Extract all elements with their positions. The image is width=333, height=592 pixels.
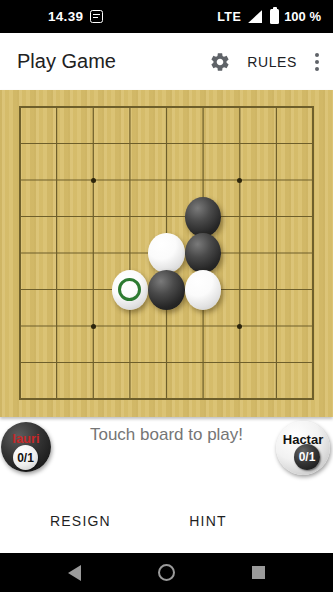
network-type-label: LTE [217, 10, 241, 24]
intersection[interactable] [185, 162, 222, 199]
intersection[interactable] [258, 308, 295, 345]
intersection[interactable] [221, 162, 258, 199]
intersection[interactable] [295, 344, 332, 381]
black-stone [185, 197, 222, 237]
back-icon[interactable] [68, 565, 81, 581]
intersection[interactable] [258, 198, 295, 235]
intersection[interactable] [75, 198, 112, 235]
intersection[interactable] [38, 344, 75, 381]
intersection[interactable] [112, 308, 149, 345]
intersection[interactable] [2, 125, 39, 162]
intersection[interactable] [112, 89, 149, 126]
intersection[interactable] [75, 344, 112, 381]
intersection[interactable] [2, 381, 39, 418]
white-stone-last-move [112, 270, 149, 310]
status-bar: 14.39 LTE 100 % [0, 0, 333, 33]
intersection[interactable] [75, 381, 112, 418]
intersection[interactable] [2, 89, 39, 126]
intersection[interactable] [2, 271, 39, 308]
intersection[interactable] [185, 89, 222, 126]
intersection[interactable] [258, 89, 295, 126]
intersection[interactable] [295, 235, 332, 272]
intersection[interactable] [112, 125, 149, 162]
intersection[interactable] [148, 235, 185, 272]
intersection[interactable] [295, 125, 332, 162]
star-point [91, 324, 96, 329]
intersection[interactable] [38, 125, 75, 162]
intersection[interactable] [221, 381, 258, 418]
intersection[interactable] [258, 235, 295, 272]
star-point [91, 178, 96, 183]
intersection[interactable] [112, 162, 149, 199]
go-board[interactable] [0, 90, 333, 417]
rules-button[interactable]: RULES [247, 54, 297, 70]
intersection[interactable] [295, 89, 332, 126]
player-black-score-badge: 0/1 [13, 445, 38, 470]
intersection[interactable] [148, 271, 185, 308]
intersection[interactable] [38, 381, 75, 418]
player-white-score-badge: 0/1 [294, 444, 320, 470]
intersection[interactable] [221, 89, 258, 126]
signal-icon [248, 10, 262, 23]
intersection[interactable] [75, 235, 112, 272]
clock: 14.39 [48, 9, 83, 24]
intersection[interactable] [221, 308, 258, 345]
stones-grid [2, 89, 332, 418]
intersection[interactable] [2, 162, 39, 199]
battery-icon [270, 9, 279, 24]
intersection[interactable] [2, 344, 39, 381]
intersection[interactable] [221, 271, 258, 308]
intersection[interactable] [258, 271, 295, 308]
intersection[interactable] [295, 162, 332, 199]
resign-button[interactable]: RESIGN [44, 506, 114, 534]
status-bar-left: 14.39 [0, 9, 103, 24]
intersection[interactable] [258, 381, 295, 418]
last-move-marker [118, 278, 141, 301]
intersection[interactable] [75, 89, 112, 126]
intersection[interactable] [75, 271, 112, 308]
notification-icon [90, 10, 103, 23]
intersection[interactable] [221, 198, 258, 235]
intersection[interactable] [112, 381, 149, 418]
page-title: Play Game [0, 50, 209, 73]
intersection[interactable] [112, 198, 149, 235]
intersection[interactable] [258, 162, 295, 199]
intersection[interactable] [258, 125, 295, 162]
hint-button[interactable]: HINT [180, 506, 236, 534]
intersection[interactable] [148, 381, 185, 418]
intersection[interactable] [38, 162, 75, 199]
intersection[interactable] [2, 198, 39, 235]
intersection[interactable] [221, 125, 258, 162]
phone-screen: 14.39 LTE 100 % Play Game RULES [0, 0, 333, 592]
status-bar-right: LTE 100 % [217, 9, 333, 24]
intersection[interactable] [185, 271, 222, 308]
player-white-avatar[interactable]: Hactar 0/1 [276, 421, 330, 475]
intersection[interactable] [2, 308, 39, 345]
player-black-name: lauri [1, 431, 51, 446]
intersection[interactable] [38, 271, 75, 308]
intersection[interactable] [221, 344, 258, 381]
black-stone [185, 233, 222, 273]
intersection[interactable] [185, 308, 222, 345]
intersection[interactable] [185, 198, 222, 235]
intersection[interactable] [148, 198, 185, 235]
black-stone [148, 270, 185, 310]
intersection[interactable] [38, 308, 75, 345]
intersection[interactable] [75, 162, 112, 199]
battery-percent-label: 100 % [284, 9, 321, 24]
intersection[interactable] [148, 344, 185, 381]
intersection[interactable] [2, 235, 39, 272]
intersection[interactable] [38, 235, 75, 272]
white-stone [148, 233, 185, 273]
intersection[interactable] [148, 162, 185, 199]
intersection[interactable] [75, 308, 112, 345]
intersection[interactable] [38, 89, 75, 126]
intersection[interactable] [38, 198, 75, 235]
settings-gear-icon[interactable] [209, 51, 231, 73]
intersection[interactable] [112, 344, 149, 381]
overflow-menu-icon[interactable] [315, 53, 319, 71]
intersection[interactable] [185, 125, 222, 162]
intersection[interactable] [185, 235, 222, 272]
home-icon[interactable] [158, 564, 175, 581]
intersection[interactable] [75, 125, 112, 162]
intersection[interactable] [221, 235, 258, 272]
intersection[interactable] [258, 344, 295, 381]
intersection[interactable] [148, 89, 185, 126]
star-point [237, 324, 242, 329]
intersection[interactable] [148, 125, 185, 162]
intersection[interactable] [185, 381, 222, 418]
intersection[interactable] [295, 198, 332, 235]
intersection[interactable] [295, 381, 332, 418]
intersection[interactable] [112, 271, 149, 308]
intersection[interactable] [295, 271, 332, 308]
intersection[interactable] [295, 308, 332, 345]
intersection[interactable] [185, 344, 222, 381]
intersection[interactable] [148, 308, 185, 345]
app-bar: Play Game RULES [0, 33, 333, 90]
player-black-avatar[interactable]: lauri 0/1 [1, 422, 51, 472]
intersection[interactable] [112, 235, 149, 272]
android-nav-bar [0, 553, 333, 592]
white-stone [185, 270, 222, 310]
star-point [237, 178, 242, 183]
recents-icon[interactable] [252, 566, 265, 579]
